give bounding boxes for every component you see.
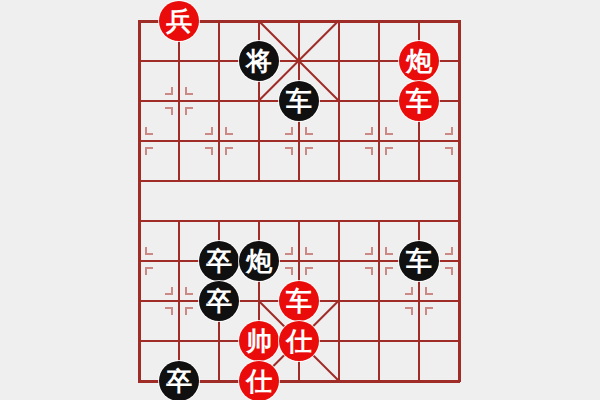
piece-black-chariot[interactable]: 车 [399, 241, 439, 281]
position-marker [445, 147, 453, 155]
position-marker [405, 287, 413, 295]
position-marker [305, 247, 313, 255]
piece-red-cannon[interactable]: 炮 [399, 41, 439, 81]
position-marker [225, 127, 233, 135]
grid-line-vertical [138, 20, 141, 382]
position-marker [185, 287, 193, 295]
position-marker [365, 147, 373, 155]
grid-line-vertical [218, 20, 220, 182]
position-marker [205, 147, 213, 155]
position-marker [285, 127, 293, 135]
position-marker [305, 147, 313, 155]
position-marker [225, 147, 233, 155]
position-marker [165, 307, 173, 315]
position-marker [445, 267, 453, 275]
piece-red-advisor[interactable]: 仕 [279, 321, 319, 361]
position-marker [425, 287, 433, 295]
position-marker [365, 247, 373, 255]
piece-black-soldier[interactable]: 卒 [159, 361, 199, 400]
position-marker [165, 287, 173, 295]
piece-black-soldier[interactable]: 卒 [199, 241, 239, 281]
position-marker [305, 267, 313, 275]
piece-red-soldier[interactable]: 兵 [159, 1, 199, 41]
position-marker [185, 107, 193, 115]
position-marker [385, 147, 393, 155]
position-marker [305, 127, 313, 135]
position-marker [365, 267, 373, 275]
position-marker [405, 307, 413, 315]
position-marker [185, 307, 193, 315]
position-marker [445, 127, 453, 135]
position-marker [185, 87, 193, 95]
position-marker [165, 87, 173, 95]
piece-black-general[interactable]: 将 [239, 41, 279, 81]
piece-red-advisor[interactable]: 仕 [239, 361, 279, 400]
grid-line-vertical [458, 20, 461, 382]
position-marker [145, 247, 153, 255]
position-marker [285, 147, 293, 155]
position-marker [365, 127, 373, 135]
piece-black-cannon[interactable]: 炮 [239, 241, 279, 281]
position-marker [145, 267, 153, 275]
piece-red-general[interactable]: 帅 [239, 321, 279, 361]
grid-line-vertical [378, 220, 380, 382]
position-marker [285, 247, 293, 255]
grid-line-vertical [378, 20, 380, 182]
grid-line-vertical [178, 20, 180, 182]
piece-black-chariot[interactable]: 车 [279, 81, 319, 121]
piece-black-soldier[interactable]: 卒 [199, 281, 239, 321]
position-marker [385, 247, 393, 255]
xiangqi-board[interactable]: 兵将炮车车卒炮车卒车帅仕仕卒 [0, 0, 600, 400]
position-marker [165, 107, 173, 115]
position-marker [385, 127, 393, 135]
grid-line-vertical [178, 220, 180, 382]
position-marker [385, 267, 393, 275]
position-marker [285, 267, 293, 275]
piece-red-chariot[interactable]: 车 [399, 81, 439, 121]
position-marker [205, 127, 213, 135]
position-marker [145, 127, 153, 135]
position-marker [445, 247, 453, 255]
position-marker [425, 307, 433, 315]
piece-red-chariot[interactable]: 车 [279, 281, 319, 321]
position-marker [145, 147, 153, 155]
